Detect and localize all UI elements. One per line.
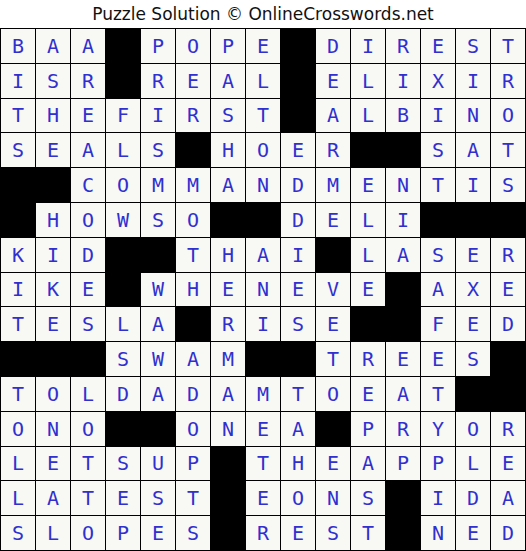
letter-cell-r15c2: L xyxy=(36,516,70,550)
letter-cell-r2c15: R xyxy=(491,64,525,98)
letter-cell-r3c15: O xyxy=(491,99,525,133)
letter-cell-r5c10: M xyxy=(316,168,350,202)
letter-cell-r2c1: I xyxy=(1,64,35,98)
letter-cell-r9c3: S xyxy=(71,307,105,341)
letter-cell-r7c1: K xyxy=(1,238,35,272)
letter-cell-r12c9: A xyxy=(281,412,315,446)
crossword-grid: BAAPOPEDIRESTISRREALELIXIRTHEFIRSTALBINO… xyxy=(0,28,526,551)
black-cell-r6c8 xyxy=(246,203,280,237)
black-cell-r10c1 xyxy=(1,342,35,376)
letter-cell-r7c12: A xyxy=(386,238,420,272)
letter-cell-r13c9: H xyxy=(281,447,315,481)
letter-cell-r13c13: P xyxy=(421,447,455,481)
puzzle-solution-page: Puzzle Solution © OnlineCrosswords.net B… xyxy=(0,0,526,551)
letter-cell-r4c5: S xyxy=(141,133,175,167)
letter-cell-r12c3: O xyxy=(71,412,105,446)
black-cell-r1c9 xyxy=(281,29,315,63)
letter-cell-r11c5: A xyxy=(141,377,175,411)
letter-cell-r15c1: S xyxy=(1,516,35,550)
letter-cell-r9c15: D xyxy=(491,307,525,341)
letter-cell-r9c9: S xyxy=(281,307,315,341)
black-cell-r5c2 xyxy=(36,168,70,202)
letter-cell-r4c8: O xyxy=(246,133,280,167)
black-cell-r12c4 xyxy=(106,412,140,446)
letter-cell-r8c7: E xyxy=(211,273,245,307)
letter-cell-r1c5: P xyxy=(141,29,175,63)
letter-cell-r10c7: M xyxy=(211,342,245,376)
letter-cell-r11c11: E xyxy=(351,377,385,411)
letter-cell-r8c15: E xyxy=(491,273,525,307)
letter-cell-r4c2: E xyxy=(36,133,70,167)
letter-cell-r12c13: Y xyxy=(421,412,455,446)
letter-cell-r2c2: S xyxy=(36,64,70,98)
letter-cell-r1c7: P xyxy=(211,29,245,63)
letter-cell-r13c6: P xyxy=(176,447,210,481)
letter-cell-r9c1: T xyxy=(1,307,35,341)
letter-cell-r8c14: X xyxy=(456,273,490,307)
black-cell-r8c4 xyxy=(106,273,140,307)
letter-cell-r1c8: E xyxy=(246,29,280,63)
page-title: Puzzle Solution © OnlineCrosswords.net xyxy=(92,4,434,24)
letter-cell-r3c6: R xyxy=(176,99,210,133)
letter-cell-r14c8: E xyxy=(246,481,280,515)
letter-cell-r3c10: A xyxy=(316,99,350,133)
letter-cell-r1c1: B xyxy=(1,29,35,63)
letter-cell-r11c12: A xyxy=(386,377,420,411)
letter-cell-r5c6: M xyxy=(176,168,210,202)
letter-cell-r1c6: O xyxy=(176,29,210,63)
letter-cell-r15c5: E xyxy=(141,516,175,550)
letter-cell-r13c14: L xyxy=(456,447,490,481)
letter-cell-r10c14: S xyxy=(456,342,490,376)
letter-cell-r15c3: O xyxy=(71,516,105,550)
letter-cell-r10c10: T xyxy=(316,342,350,376)
black-cell-r4c11 xyxy=(351,133,385,167)
letter-cell-r3c2: H xyxy=(36,99,70,133)
letter-cell-r4c13: S xyxy=(421,133,455,167)
letter-cell-r4c7: H xyxy=(211,133,245,167)
letter-cell-r9c10: E xyxy=(316,307,350,341)
letter-cell-r15c15: D xyxy=(491,516,525,550)
letter-cell-r6c6: O xyxy=(176,203,210,237)
black-cell-r13c7 xyxy=(211,447,245,481)
black-cell-r6c7 xyxy=(211,203,245,237)
letter-cell-r1c11: I xyxy=(351,29,385,63)
letter-cell-r8c8: N xyxy=(246,273,280,307)
letter-cell-r11c2: O xyxy=(36,377,70,411)
letter-cell-r2c8: L xyxy=(246,64,280,98)
letter-cell-r7c15: R xyxy=(491,238,525,272)
letter-cell-r6c3: O xyxy=(71,203,105,237)
black-cell-r7c10 xyxy=(316,238,350,272)
letter-cell-r7c3: D xyxy=(71,238,105,272)
letter-cell-r6c9: D xyxy=(281,203,315,237)
black-cell-r10c9 xyxy=(281,342,315,376)
letter-cell-r14c9: O xyxy=(281,481,315,515)
letter-cell-r5c11: E xyxy=(351,168,385,202)
letter-cell-r7c11: L xyxy=(351,238,385,272)
letter-cell-r2c11: L xyxy=(351,64,385,98)
letter-cell-r2c14: I xyxy=(456,64,490,98)
black-cell-r6c14 xyxy=(456,203,490,237)
black-cell-r14c7 xyxy=(211,481,245,515)
letter-cell-r8c13: A xyxy=(421,273,455,307)
letter-cell-r3c4: F xyxy=(106,99,140,133)
letter-cell-r5c8: N xyxy=(246,168,280,202)
letter-cell-r15c6: S xyxy=(176,516,210,550)
letter-cell-r3c13: I xyxy=(421,99,455,133)
letter-cell-r1c10: D xyxy=(316,29,350,63)
letter-cell-r12c6: O xyxy=(176,412,210,446)
letter-cell-r10c5: W xyxy=(141,342,175,376)
letter-cell-r3c7: S xyxy=(211,99,245,133)
letter-cell-r3c14: N xyxy=(456,99,490,133)
black-cell-r15c7 xyxy=(211,516,245,550)
letter-cell-r14c10: N xyxy=(316,481,350,515)
letter-cell-r9c7: R xyxy=(211,307,245,341)
letter-cell-r14c13: I xyxy=(421,481,455,515)
letter-cell-r11c7: A xyxy=(211,377,245,411)
black-cell-r10c8 xyxy=(246,342,280,376)
letter-cell-r5c14: I xyxy=(456,168,490,202)
letter-cell-r13c5: U xyxy=(141,447,175,481)
letter-cell-r1c14: S xyxy=(456,29,490,63)
letter-cell-r12c11: P xyxy=(351,412,385,446)
letter-cell-r9c4: L xyxy=(106,307,140,341)
letter-cell-r10c4: S xyxy=(106,342,140,376)
letter-cell-r5c3: C xyxy=(71,168,105,202)
letter-cell-r13c10: E xyxy=(316,447,350,481)
black-cell-r6c15 xyxy=(491,203,525,237)
black-cell-r14c12 xyxy=(386,481,420,515)
letter-cell-r7c2: I xyxy=(36,238,70,272)
letter-cell-r13c8: T xyxy=(246,447,280,481)
letter-cell-r15c8: R xyxy=(246,516,280,550)
letter-cell-r2c7: A xyxy=(211,64,245,98)
letter-cell-r4c4: L xyxy=(106,133,140,167)
letter-cell-r7c6: T xyxy=(176,238,210,272)
letter-cell-r8c3: E xyxy=(71,273,105,307)
black-cell-r7c5 xyxy=(141,238,175,272)
letter-cell-r12c15: R xyxy=(491,412,525,446)
letter-cell-r13c1: L xyxy=(1,447,35,481)
letter-cell-r14c5: S xyxy=(141,481,175,515)
letter-cell-r14c14: D xyxy=(456,481,490,515)
letter-cell-r8c11: E xyxy=(351,273,385,307)
black-cell-r2c4 xyxy=(106,64,140,98)
letter-cell-r5c7: A xyxy=(211,168,245,202)
letter-cell-r12c8: E xyxy=(246,412,280,446)
letter-cell-r3c8: T xyxy=(246,99,280,133)
black-cell-r9c11 xyxy=(351,307,385,341)
letter-cell-r5c9: D xyxy=(281,168,315,202)
letter-cell-r5c13: T xyxy=(421,168,455,202)
letter-cell-r7c13: S xyxy=(421,238,455,272)
black-cell-r9c12 xyxy=(386,307,420,341)
letter-cell-r15c9: E xyxy=(281,516,315,550)
letter-cell-r4c9: E xyxy=(281,133,315,167)
letter-cell-r3c11: L xyxy=(351,99,385,133)
letter-cell-r14c15: A xyxy=(491,481,525,515)
black-cell-r7c4 xyxy=(106,238,140,272)
letter-cell-r6c12: I xyxy=(386,203,420,237)
letter-cell-r3c1: T xyxy=(1,99,35,133)
letter-cell-r8c1: I xyxy=(1,273,35,307)
black-cell-r6c1 xyxy=(1,203,35,237)
letter-cell-r6c2: H xyxy=(36,203,70,237)
letter-cell-r13c4: S xyxy=(106,447,140,481)
letter-cell-r12c14: O xyxy=(456,412,490,446)
letter-cell-r11c10: O xyxy=(316,377,350,411)
letter-cell-r1c3: A xyxy=(71,29,105,63)
letter-cell-r7c7: H xyxy=(211,238,245,272)
letter-cell-r1c13: E xyxy=(421,29,455,63)
letter-cell-r11c13: T xyxy=(421,377,455,411)
black-cell-r4c6 xyxy=(176,133,210,167)
letter-cell-r5c4: O xyxy=(106,168,140,202)
letter-cell-r3c5: I xyxy=(141,99,175,133)
letter-cell-r7c9: I xyxy=(281,238,315,272)
letter-cell-r7c14: E xyxy=(456,238,490,272)
letter-cell-r14c3: T xyxy=(71,481,105,515)
letter-cell-r14c1: L xyxy=(1,481,35,515)
letter-cell-r7c8: A xyxy=(246,238,280,272)
black-cell-r12c5 xyxy=(141,412,175,446)
black-cell-r9c6 xyxy=(176,307,210,341)
letter-cell-r3c3: E xyxy=(71,99,105,133)
letter-cell-r9c13: F xyxy=(421,307,455,341)
letter-cell-r9c8: I xyxy=(246,307,280,341)
letter-cell-r4c3: A xyxy=(71,133,105,167)
letter-cell-r11c9: T xyxy=(281,377,315,411)
letter-cell-r2c13: X xyxy=(421,64,455,98)
black-cell-r10c2 xyxy=(36,342,70,376)
letter-cell-r13c15: E xyxy=(491,447,525,481)
letter-cell-r6c5: S xyxy=(141,203,175,237)
letter-cell-r8c6: H xyxy=(176,273,210,307)
letter-cell-r12c7: N xyxy=(211,412,245,446)
letter-cell-r9c5: A xyxy=(141,307,175,341)
letter-cell-r4c10: R xyxy=(316,133,350,167)
letter-cell-r10c11: R xyxy=(351,342,385,376)
letter-cell-r13c3: T xyxy=(71,447,105,481)
letter-cell-r9c2: E xyxy=(36,307,70,341)
letter-cell-r13c11: A xyxy=(351,447,385,481)
black-cell-r6c13 xyxy=(421,203,455,237)
black-cell-r10c15 xyxy=(491,342,525,376)
letter-cell-r2c6: E xyxy=(176,64,210,98)
letter-cell-r12c1: O xyxy=(1,412,35,446)
letter-cell-r2c5: R xyxy=(141,64,175,98)
black-cell-r12c10 xyxy=(316,412,350,446)
letter-cell-r10c12: E xyxy=(386,342,420,376)
letter-cell-r12c2: N xyxy=(36,412,70,446)
letter-cell-r3c12: B xyxy=(386,99,420,133)
letter-cell-r6c4: W xyxy=(106,203,140,237)
letter-cell-r2c10: E xyxy=(316,64,350,98)
letter-cell-r15c14: E xyxy=(456,516,490,550)
black-cell-r11c14 xyxy=(456,377,490,411)
letter-cell-r13c12: P xyxy=(386,447,420,481)
letter-cell-r14c11: S xyxy=(351,481,385,515)
letter-cell-r9c14: E xyxy=(456,307,490,341)
letter-cell-r15c10: S xyxy=(316,516,350,550)
letter-cell-r14c6: T xyxy=(176,481,210,515)
letter-cell-r1c2: A xyxy=(36,29,70,63)
letter-cell-r5c12: N xyxy=(386,168,420,202)
letter-cell-r11c3: L xyxy=(71,377,105,411)
letter-cell-r5c15: S xyxy=(491,168,525,202)
letter-cell-r4c15: T xyxy=(491,133,525,167)
black-cell-r4c12 xyxy=(386,133,420,167)
letter-cell-r8c10: V xyxy=(316,273,350,307)
letter-cell-r4c14: A xyxy=(456,133,490,167)
letter-cell-r15c13: N xyxy=(421,516,455,550)
letter-cell-r11c4: D xyxy=(106,377,140,411)
letter-cell-r10c13: E xyxy=(421,342,455,376)
letter-cell-r1c15: T xyxy=(491,29,525,63)
letter-cell-r14c2: A xyxy=(36,481,70,515)
letter-cell-r8c9: E xyxy=(281,273,315,307)
letter-cell-r6c10: E xyxy=(316,203,350,237)
letter-cell-r13c2: E xyxy=(36,447,70,481)
black-cell-r10c3 xyxy=(71,342,105,376)
letter-cell-r8c2: K xyxy=(36,273,70,307)
black-cell-r11c15 xyxy=(491,377,525,411)
letter-cell-r14c4: E xyxy=(106,481,140,515)
letter-cell-r5c5: M xyxy=(141,168,175,202)
black-cell-r15c12 xyxy=(386,516,420,550)
letter-cell-r10c6: A xyxy=(176,342,210,376)
letter-cell-r11c6: D xyxy=(176,377,210,411)
letter-cell-r4c1: S xyxy=(1,133,35,167)
letter-cell-r2c12: I xyxy=(386,64,420,98)
letter-cell-r11c1: T xyxy=(1,377,35,411)
black-cell-r3c9 xyxy=(281,99,315,133)
letter-cell-r1c12: R xyxy=(386,29,420,63)
letter-cell-r15c4: P xyxy=(106,516,140,550)
letter-cell-r6c11: L xyxy=(351,203,385,237)
black-cell-r5c1 xyxy=(1,168,35,202)
black-cell-r2c9 xyxy=(281,64,315,98)
letter-cell-r8c5: W xyxy=(141,273,175,307)
letter-cell-r11c8: M xyxy=(246,377,280,411)
black-cell-r8c12 xyxy=(386,273,420,307)
letter-cell-r12c12: R xyxy=(386,412,420,446)
black-cell-r1c4 xyxy=(106,29,140,63)
title-bar: Puzzle Solution © OnlineCrosswords.net xyxy=(0,0,526,28)
letter-cell-r15c11: T xyxy=(351,516,385,550)
letter-cell-r2c3: R xyxy=(71,64,105,98)
